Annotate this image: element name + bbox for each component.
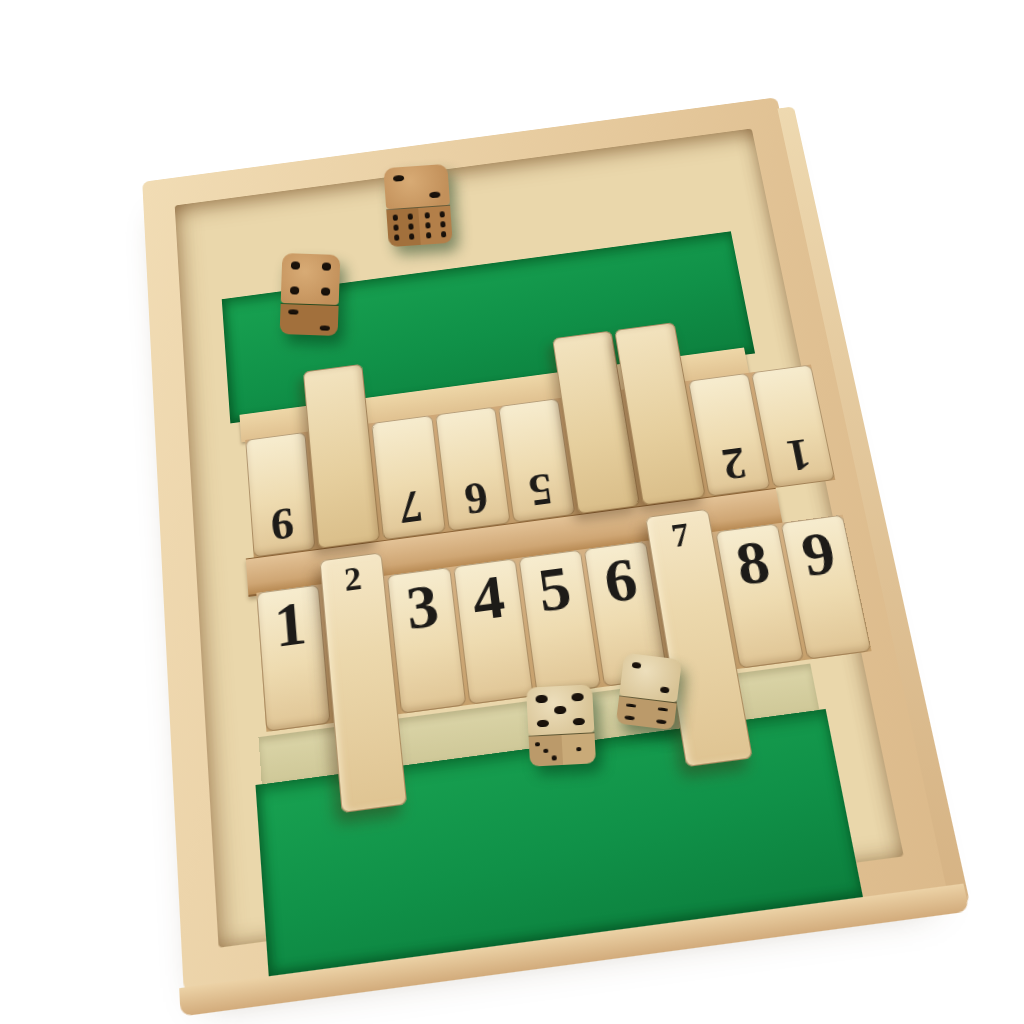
tile-number: 7 bbox=[378, 480, 444, 532]
die-pip bbox=[432, 212, 437, 218]
die-pip bbox=[551, 755, 556, 760]
die-pip bbox=[290, 274, 300, 282]
die-pip bbox=[576, 747, 581, 752]
die-pip bbox=[644, 684, 654, 692]
die-pip bbox=[584, 754, 589, 759]
die-pip bbox=[429, 191, 440, 198]
die-2-side-faces bbox=[280, 303, 339, 336]
die-pip bbox=[394, 225, 399, 231]
tile-number: 2 bbox=[320, 558, 386, 600]
die-side-face bbox=[562, 734, 597, 765]
die-pip bbox=[569, 755, 574, 760]
tile-number: 1 bbox=[763, 429, 833, 481]
die-pip bbox=[320, 310, 330, 315]
die-pip bbox=[291, 262, 301, 270]
die-2[interactable] bbox=[280, 253, 341, 335]
die-pip bbox=[400, 214, 405, 220]
die-pip bbox=[441, 231, 446, 237]
die-pip bbox=[428, 172, 439, 179]
shut-the-box-board: 976521 123456789 bbox=[142, 97, 949, 992]
die-pip bbox=[394, 184, 405, 191]
tile-number: 9 bbox=[781, 519, 856, 589]
die-pip bbox=[569, 747, 574, 752]
die-pip bbox=[409, 233, 414, 239]
die-pip bbox=[306, 262, 316, 270]
tile-number: 2 bbox=[699, 437, 769, 489]
die-pip bbox=[551, 741, 556, 746]
die-1[interactable] bbox=[383, 164, 452, 246]
die-pip bbox=[393, 215, 398, 221]
die-1-side-faces bbox=[386, 204, 453, 247]
die-pip bbox=[410, 174, 421, 181]
die-pip bbox=[555, 718, 567, 726]
die-pip bbox=[536, 707, 548, 715]
die-pip bbox=[544, 756, 549, 761]
die-pip bbox=[290, 287, 300, 295]
die-4[interactable] bbox=[616, 653, 682, 730]
bottom-tile-1[interactable]: 1 bbox=[256, 585, 331, 732]
die-pip bbox=[321, 288, 331, 296]
die-pip bbox=[321, 275, 331, 283]
die-pip bbox=[630, 672, 640, 680]
tile-number: 9 bbox=[250, 497, 315, 549]
die-pip bbox=[662, 665, 672, 673]
top-tile-9[interactable]: 9 bbox=[245, 432, 316, 558]
die-pip bbox=[425, 213, 430, 219]
die-pip bbox=[629, 683, 639, 691]
tile-number: 4 bbox=[453, 562, 524, 632]
top-tile-6[interactable]: 6 bbox=[435, 407, 511, 532]
die-pip bbox=[640, 717, 650, 722]
die-pip bbox=[554, 706, 566, 714]
die-pip bbox=[408, 214, 413, 220]
die-pip bbox=[625, 709, 635, 714]
die-pip bbox=[306, 275, 316, 283]
die-pip bbox=[412, 192, 423, 199]
die-pip bbox=[320, 325, 330, 330]
die-pip bbox=[426, 232, 431, 238]
die-pip bbox=[535, 742, 540, 747]
die-pip bbox=[395, 194, 406, 201]
die-pip bbox=[434, 232, 439, 238]
die-pip bbox=[656, 719, 666, 724]
die-pip bbox=[304, 325, 314, 330]
die-pip bbox=[320, 318, 330, 323]
die-pip bbox=[657, 713, 667, 718]
die-2-top-face bbox=[281, 253, 341, 305]
die-pip bbox=[408, 224, 413, 230]
die-pip bbox=[288, 324, 298, 329]
tile-number: 7 bbox=[646, 515, 714, 557]
die-1-top-face bbox=[383, 164, 450, 209]
die-side-face bbox=[418, 205, 453, 245]
top-tile-7[interactable]: 7 bbox=[372, 415, 446, 540]
tile-number: 5 bbox=[507, 463, 575, 515]
die-pip bbox=[321, 263, 331, 271]
tile-number: 6 bbox=[442, 472, 509, 524]
die-pip bbox=[645, 674, 655, 682]
die-pip bbox=[288, 309, 298, 314]
die-pip bbox=[572, 693, 584, 701]
die-pip bbox=[641, 711, 651, 716]
die-pip bbox=[554, 694, 566, 702]
die-pip bbox=[305, 287, 315, 295]
die-pip bbox=[536, 695, 548, 703]
die-3-top-face bbox=[526, 684, 594, 736]
die-pip bbox=[626, 703, 636, 708]
die-pip bbox=[433, 222, 438, 228]
box-interior: 976521 123456789 bbox=[175, 129, 904, 948]
die-pip bbox=[647, 664, 657, 672]
die-pip bbox=[440, 221, 445, 227]
die-pip bbox=[576, 740, 581, 745]
die-pip bbox=[661, 676, 671, 684]
die-pip bbox=[428, 182, 439, 189]
die-pip bbox=[658, 707, 668, 712]
die-pip bbox=[624, 715, 634, 720]
die-pip bbox=[659, 686, 669, 694]
die-pip bbox=[551, 748, 556, 753]
die-pip bbox=[440, 212, 445, 218]
die-side-face bbox=[386, 208, 421, 248]
die-pip bbox=[304, 317, 314, 322]
product-photo-scene: 976521 123456789 bbox=[0, 0, 1024, 1024]
die-3[interactable] bbox=[526, 684, 596, 765]
die-pip bbox=[584, 739, 589, 744]
die-side-face bbox=[529, 735, 564, 766]
tile-number: 6 bbox=[584, 545, 657, 615]
die-pip bbox=[537, 719, 549, 727]
die-pip bbox=[393, 175, 404, 182]
die-pip bbox=[632, 662, 642, 670]
tile-number: 1 bbox=[257, 588, 325, 659]
die-pip bbox=[577, 754, 582, 759]
bottom-tile-3[interactable]: 3 bbox=[387, 567, 466, 714]
die-3-side-faces bbox=[529, 733, 597, 767]
tile-number: 5 bbox=[519, 553, 591, 623]
die-side-face bbox=[280, 304, 339, 336]
tile-number: 3 bbox=[388, 571, 458, 641]
die-pip bbox=[573, 717, 585, 725]
die-pip bbox=[536, 749, 541, 754]
die-pip bbox=[411, 183, 422, 190]
die-pip bbox=[543, 741, 548, 746]
tile-number: 8 bbox=[715, 527, 790, 597]
die-pip bbox=[568, 740, 573, 745]
die-pip bbox=[304, 310, 314, 315]
die-pip bbox=[584, 747, 589, 752]
die-pip bbox=[394, 234, 399, 240]
die-4-top-face bbox=[619, 653, 682, 703]
die-pip bbox=[572, 705, 584, 713]
die-pip bbox=[543, 749, 548, 754]
die-pip bbox=[288, 317, 298, 322]
die-pip bbox=[536, 756, 541, 761]
die-pip bbox=[426, 222, 431, 228]
die-pip bbox=[642, 705, 652, 710]
die-pip bbox=[401, 224, 406, 230]
die-pip bbox=[402, 234, 407, 240]
